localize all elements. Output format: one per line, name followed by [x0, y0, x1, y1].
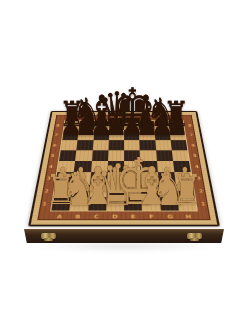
clasp-right [187, 233, 202, 239]
clasp-left [41, 233, 56, 239]
box-front-edge [24, 229, 224, 243]
board-dark-rim [28, 111, 220, 226]
board-top-face: ABCDEFGH ABCDEFGH 87654321 87654321 [28, 111, 220, 226]
ground-shadow [30, 242, 218, 251]
product-photo: ABCDEFGH ABCDEFGH 87654321 87654321 ♜♞♝♛… [0, 0, 246, 328]
chess-board: ABCDEFGH ABCDEFGH 87654321 87654321 [28, 111, 220, 226]
